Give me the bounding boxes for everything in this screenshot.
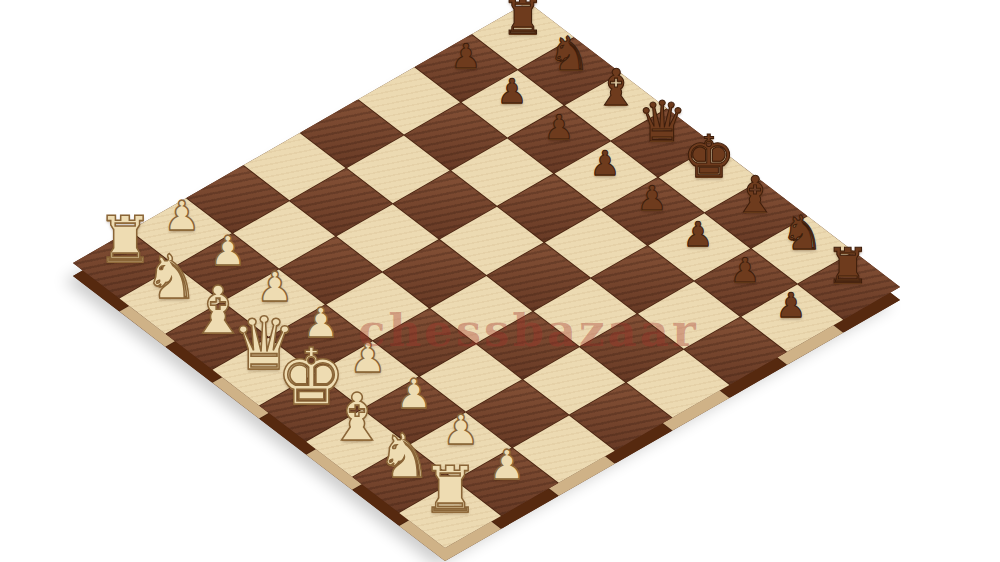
piece-black-pawn-g7[interactable]: ♟ bbox=[700, 253, 790, 287]
piece-white-rook-h1[interactable]: ♜ bbox=[405, 458, 495, 522]
piece-black-pawn-b7[interactable]: ♟ bbox=[467, 74, 557, 108]
piece-black-pawn-f7[interactable]: ♟ bbox=[653, 217, 743, 251]
piece-black-pawn-h7[interactable]: ♟ bbox=[746, 288, 836, 322]
piece-black-pawn-a7[interactable]: ♟ bbox=[421, 39, 511, 73]
chess-set-photo-scene: ♜♞♝♛♚♝♞♜♟♟♟♟♟♟♟♟♟♟♟♟♟♟♟♟♜♞♝♛♚♝♞♜ chessba… bbox=[0, 0, 1000, 562]
piece-black-pawn-e7[interactable]: ♟ bbox=[607, 181, 697, 215]
piece-black-pawn-c7[interactable]: ♟ bbox=[514, 110, 604, 144]
piece-black-pawn-d7[interactable]: ♟ bbox=[560, 146, 650, 180]
piece-black-rook-h8[interactable]: ♜ bbox=[803, 242, 893, 291]
